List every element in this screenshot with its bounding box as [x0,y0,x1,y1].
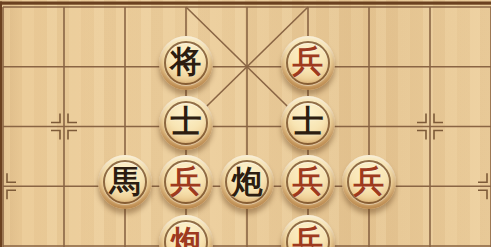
piece-red-soldier-4[interactable]: 兵 [342,155,396,209]
piece-glyph-black-advisor-1: 士 [171,106,202,137]
piece-glyph-red-soldier-2: 兵 [171,166,202,197]
piece-glyph-black-horse: 馬 [110,166,141,197]
piece-black-advisor-1[interactable]: 士 [159,96,213,150]
piece-red-soldier-2[interactable]: 兵 [159,155,213,209]
piece-red-soldier-3[interactable]: 兵 [281,155,335,209]
piece-glyph-red-cannon: 炮 [171,226,202,247]
pieces-layer: 将兵士士馬兵炮兵兵炮兵 [0,0,491,247]
piece-glyph-black-general: 将 [171,46,202,77]
piece-red-soldier-1[interactable]: 兵 [281,36,335,90]
piece-red-cannon[interactable]: 炮 [159,215,213,247]
xiangqi-board[interactable]: 将兵士士馬兵炮兵兵炮兵 [0,0,491,247]
piece-black-horse[interactable]: 馬 [98,155,152,209]
piece-glyph-black-cannon: 炮 [232,166,263,197]
piece-glyph-red-soldier-4: 兵 [354,166,385,197]
piece-black-general[interactable]: 将 [159,36,213,90]
piece-glyph-red-soldier-1: 兵 [293,46,324,77]
piece-black-advisor-2[interactable]: 士 [281,96,335,150]
piece-glyph-red-soldier-3: 兵 [293,166,324,197]
piece-black-cannon[interactable]: 炮 [220,155,274,209]
piece-glyph-red-soldier-5: 兵 [293,226,324,247]
piece-red-soldier-5[interactable]: 兵 [281,215,335,247]
piece-glyph-black-advisor-2: 士 [293,106,324,137]
